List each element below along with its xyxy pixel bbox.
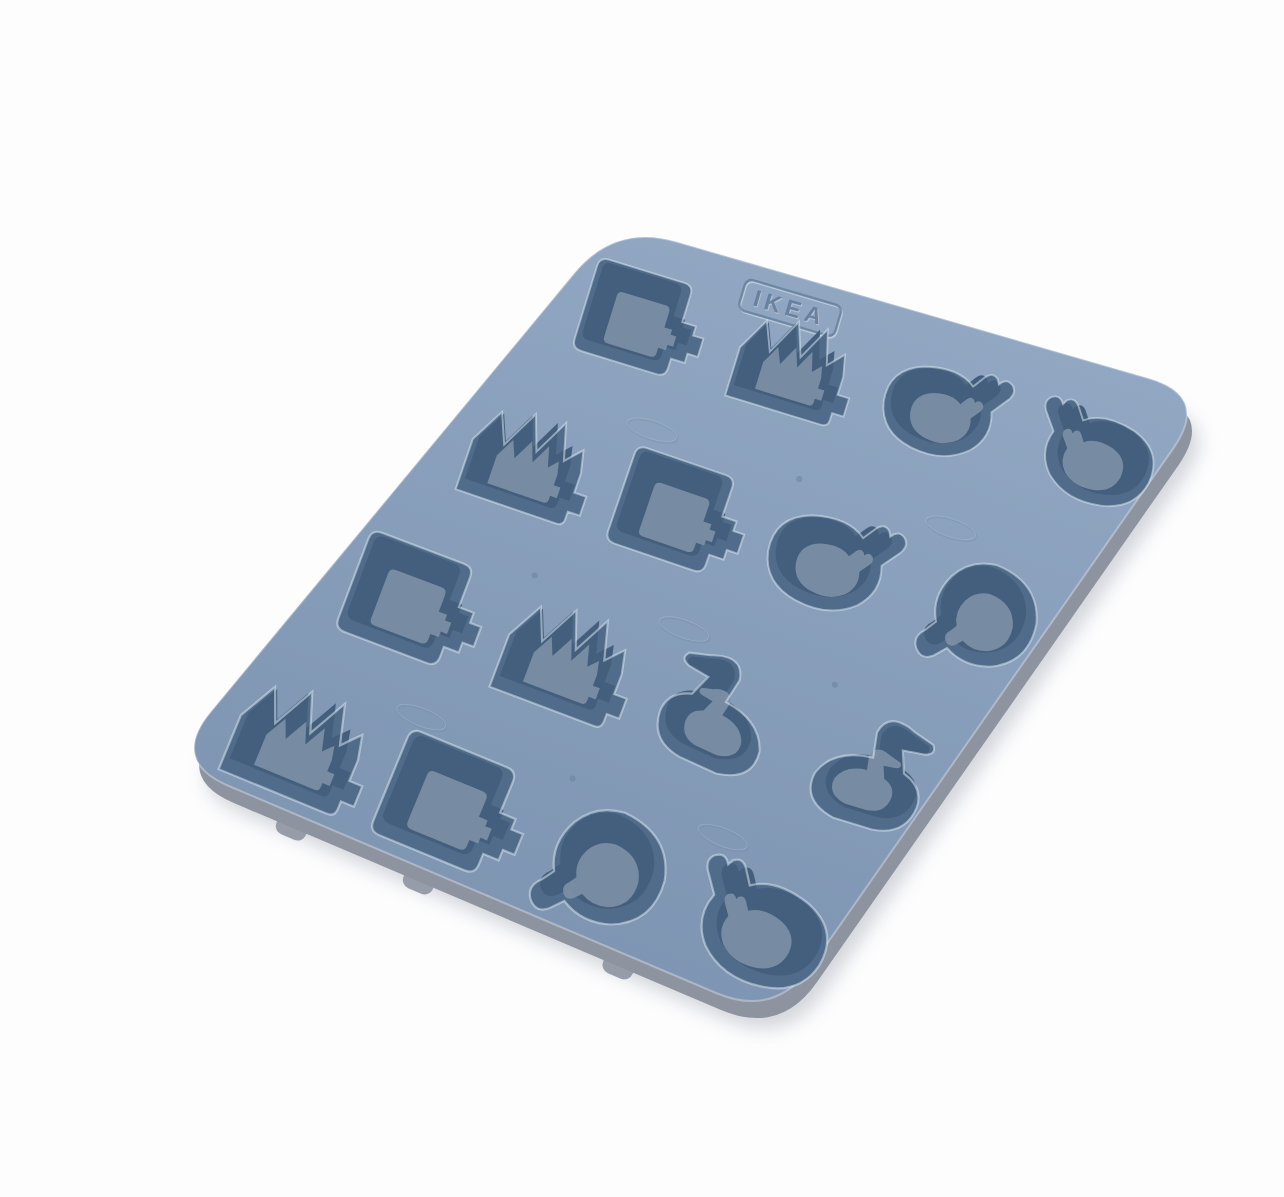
mould-dimple-dot <box>570 775 576 781</box>
tray-svg: IKEAIKEA <box>40 16 1284 1197</box>
mould-dimple-dot <box>532 573 538 579</box>
mould-dimple-dot <box>796 476 802 482</box>
mould-dimple-dot <box>832 682 838 688</box>
product-photo-ikea-ice-cube-tray: IKEAIKEA Animal-shaped flexible ice cube… <box>40 16 1284 1197</box>
